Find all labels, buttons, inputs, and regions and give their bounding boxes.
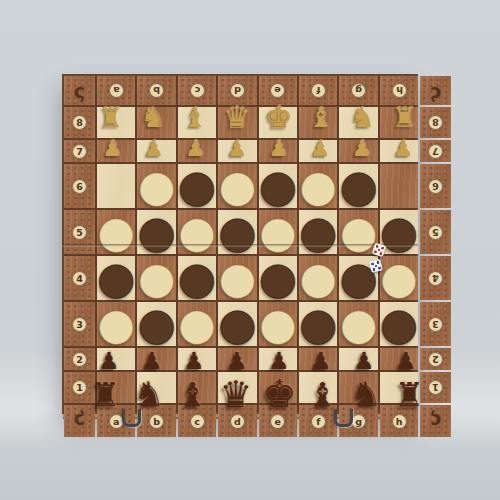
file-letter: e (270, 83, 285, 98)
square-f4[interactable]: ● (299, 256, 337, 300)
square-d1[interactable]: ♛ (218, 372, 256, 403)
file-label-a-top: a (97, 76, 135, 105)
rank-number: 8 (72, 115, 87, 130)
scroll-engraving: ς (430, 410, 441, 432)
square-h8[interactable]: ♜ (380, 107, 418, 138)
rank-number: 7 (72, 144, 87, 159)
checker-dark[interactable]: ● (178, 164, 216, 208)
piece-dark-queen[interactable]: ♛ (220, 376, 253, 413)
file-letter: h (392, 83, 407, 98)
checker-light[interactable]: ● (97, 302, 135, 346)
square-g3[interactable]: ● (339, 302, 377, 346)
rank-label-5-right: 5 (420, 210, 451, 254)
rank-label-4-left: 4 (64, 256, 95, 300)
square-h1[interactable]: ♜ (380, 372, 418, 403)
rank-number: 5 (428, 225, 443, 240)
piece-light-rook[interactable]: ♜ (392, 104, 416, 131)
square-e6[interactable]: ● (259, 164, 297, 208)
square-g2[interactable]: ♟ (339, 348, 377, 370)
checker-light[interactable]: ● (380, 256, 418, 300)
checker-light[interactable]: ● (218, 164, 256, 208)
rank-number: 2 (72, 352, 87, 367)
piece-dark-pawn[interactable]: ♟ (226, 349, 247, 373)
checker-light[interactable]: ● (259, 302, 297, 346)
rank-number: 4 (72, 271, 87, 286)
scroll-engraving: ς (74, 410, 85, 432)
rank-number: 3 (72, 317, 87, 332)
rank-label-1-right: 1 (420, 372, 451, 403)
checker-dark[interactable]: ● (178, 256, 216, 300)
square-d5[interactable]: ● (218, 210, 256, 254)
rank-number: 7 (428, 144, 443, 159)
square-c5[interactable]: ● (178, 210, 216, 254)
piece-light-pawn[interactable]: ♟ (310, 138, 330, 160)
rank-number: 1 (72, 380, 87, 395)
rank-label-2-right: 2 (420, 348, 451, 370)
piece-dark-pawn[interactable]: ♟ (268, 349, 289, 373)
rank-number: 3 (428, 317, 443, 332)
square-e8[interactable]: ♚ (259, 107, 297, 138)
file-label-h-top: h (380, 76, 418, 105)
square-f8[interactable]: ♝ (299, 107, 337, 138)
file-letter: b (149, 414, 164, 429)
piece-light-knight[interactable]: ♞ (140, 104, 165, 132)
checker-dark[interactable]: ● (137, 210, 175, 254)
square-c3[interactable]: ● (178, 302, 216, 346)
file-letter: b (149, 83, 164, 98)
file-letter: a (109, 83, 124, 98)
checker-dark[interactable]: ● (97, 256, 135, 300)
square-d7[interactable]: ♟ (218, 140, 256, 162)
square-g8[interactable]: ♞ (339, 107, 377, 138)
file-letter: d (230, 83, 245, 98)
square-f6[interactable]: ● (299, 164, 337, 208)
square-f5[interactable]: ● (299, 210, 337, 254)
square-c1[interactable]: ♝ (178, 372, 216, 403)
square-d3[interactable]: ● (218, 302, 256, 346)
checker-light[interactable]: ● (259, 210, 297, 254)
square-g6[interactable]: ● (339, 164, 377, 208)
rank-label-5-left: 5 (64, 210, 95, 254)
piece-dark-knight[interactable]: ♞ (134, 377, 165, 411)
piece-dark-rook[interactable]: ♜ (395, 378, 425, 411)
square-f2[interactable]: ♟ (299, 348, 337, 370)
file-letter: h (392, 414, 407, 429)
square-c4[interactable]: ● (178, 256, 216, 300)
piece-light-queen[interactable]: ♛ (223, 103, 250, 133)
checker-light[interactable]: ● (339, 210, 377, 254)
square-d4[interactable]: ● (218, 256, 256, 300)
file-letter: d (230, 414, 245, 429)
corner-ornament: ς (420, 405, 451, 437)
rank-label-8-left: 8 (64, 107, 95, 138)
square-a1[interactable]: ♜ (97, 372, 135, 403)
square-g1[interactable]: ♞ (339, 372, 377, 403)
checker-light[interactable]: ● (97, 210, 135, 254)
piece-light-bishop[interactable]: ♝ (183, 104, 207, 131)
rank-label-8-right: 8 (420, 107, 451, 138)
file-letter: f (311, 414, 326, 429)
file-letter: c (190, 414, 205, 429)
square-h2[interactable]: ♟ (380, 348, 418, 370)
square-g7[interactable]: ♟ (339, 140, 377, 162)
square-f3[interactable]: ● (299, 302, 337, 346)
rank-label-6-right: 6 (420, 164, 451, 208)
checker-dark[interactable]: ● (380, 302, 418, 346)
checker-dark[interactable]: ● (299, 210, 337, 254)
square-e5[interactable]: ● (259, 210, 297, 254)
rank-label-3-right: 3 (420, 302, 451, 346)
square-b5[interactable]: ● (137, 210, 175, 254)
square-e3[interactable]: ● (259, 302, 297, 346)
piece-dark-king[interactable]: ♚ (262, 376, 296, 414)
checker-dark[interactable]: ● (259, 256, 297, 300)
rank-number: 6 (72, 179, 87, 194)
rank-label-7-left: 7 (64, 140, 95, 162)
square-b3[interactable]: ● (137, 302, 175, 346)
square-d2[interactable]: ♟ (218, 348, 256, 370)
corner-ornament: ς (420, 76, 451, 105)
piece-dark-bishop[interactable]: ♝ (178, 378, 208, 411)
piece-light-pawn[interactable]: ♟ (144, 138, 164, 160)
checker-dark[interactable]: ● (218, 302, 256, 346)
file-letter: g (351, 414, 366, 429)
file-letter: f (311, 83, 326, 98)
checker-dark[interactable]: ● (218, 210, 256, 254)
square-b1[interactable]: ♞ (137, 372, 175, 403)
checker-dark[interactable]: ● (339, 164, 377, 208)
file-label-f-top: f (299, 76, 337, 105)
piece-dark-pawn[interactable]: ♟ (141, 349, 162, 373)
square-h7[interactable]: ♟ (380, 140, 418, 162)
rank-number: 2 (428, 352, 443, 367)
square-a5[interactable]: ● (97, 210, 135, 254)
square-b6[interactable]: ● (137, 164, 175, 208)
piece-light-pawn[interactable]: ♟ (393, 138, 413, 160)
rank-label-4-right: 4 (420, 256, 451, 300)
square-a2[interactable]: ♟ (97, 348, 135, 370)
square-f7[interactable]: ♟ (299, 140, 337, 162)
checker-light[interactable]: ● (178, 210, 216, 254)
piece-dark-pawn[interactable]: ♟ (395, 349, 416, 373)
file-letter: g (351, 83, 366, 98)
piece-light-pawn[interactable]: ♟ (227, 138, 247, 160)
square-b8[interactable]: ♞ (137, 107, 175, 138)
square-a7[interactable]: ♟ (97, 140, 135, 162)
square-b4[interactable]: ● (137, 256, 175, 300)
piece-light-rook[interactable]: ♜ (99, 104, 123, 131)
square-a8[interactable]: ♜ (97, 107, 135, 138)
piece-light-pawn[interactable]: ♟ (269, 138, 289, 160)
square-g5[interactable]: ● (339, 210, 377, 254)
checker-light[interactable]: ● (137, 256, 175, 300)
piece-dark-rook[interactable]: ♜ (91, 378, 121, 411)
piece-dark-pawn[interactable]: ♟ (353, 349, 374, 373)
square-a3[interactable]: ● (97, 302, 135, 346)
rank-number: 8 (428, 115, 443, 130)
checker-light[interactable]: ● (178, 302, 216, 346)
rank-label-3-left: 3 (64, 302, 95, 346)
checker-light[interactable]: ● (299, 256, 337, 300)
square-h4[interactable]: ● (380, 256, 418, 300)
corner-ornament: ς (64, 76, 95, 105)
piece-dark-bishop[interactable]: ♝ (308, 378, 338, 411)
checker-dark[interactable]: ● (137, 302, 175, 346)
square-e7[interactable]: ♟ (259, 140, 297, 162)
piece-light-pawn[interactable]: ♟ (352, 138, 372, 160)
checker-light[interactable]: ● (339, 302, 377, 346)
scroll-engraving: ς (74, 80, 85, 102)
square-e1[interactable]: ♚ (259, 372, 297, 403)
rank-number: 1 (428, 380, 443, 395)
piece-light-bishop[interactable]: ♝ (308, 104, 332, 131)
square-b2[interactable]: ♟ (137, 348, 175, 370)
scroll-engraving: ς (430, 80, 441, 102)
square-e2[interactable]: ♟ (259, 348, 297, 370)
square-f1[interactable]: ♝ (299, 372, 337, 403)
game-board: ςabcdefghς8♜♞♝♛♚♝♞♜87♟♟♟♟♟♟♟♟76●●●●●●65●… (62, 74, 418, 414)
rank-label-7-right: 7 (420, 140, 451, 162)
square-a4[interactable]: ● (97, 256, 135, 300)
piece-light-knight[interactable]: ♞ (350, 104, 375, 132)
square-d6[interactable]: ● (218, 164, 256, 208)
piece-dark-knight[interactable]: ♞ (351, 377, 382, 411)
piece-light-pawn[interactable]: ♟ (102, 138, 122, 160)
piece-light-king[interactable]: ♚ (265, 102, 293, 133)
checker-dark[interactable]: ● (259, 164, 297, 208)
checker-light[interactable]: ● (299, 164, 337, 208)
piece-dark-pawn[interactable]: ♟ (183, 349, 204, 373)
checker-dark[interactable]: ● (299, 302, 337, 346)
rank-number: 5 (72, 225, 87, 240)
piece-dark-pawn[interactable]: ♟ (99, 349, 120, 373)
rank-label-2-left: 2 (64, 348, 95, 370)
square-a6[interactable] (97, 164, 135, 208)
photo-background: ςabcdefghς8♜♞♝♛♚♝♞♜87♟♟♟♟♟♟♟♟76●●●●●●65●… (0, 0, 500, 500)
piece-light-pawn[interactable]: ♟ (185, 138, 205, 160)
square-c7[interactable]: ♟ (178, 140, 216, 162)
checker-light[interactable]: ● (137, 164, 175, 208)
square-c6[interactable]: ● (178, 164, 216, 208)
rank-label-6-left: 6 (64, 164, 95, 208)
square-h3[interactable]: ● (380, 302, 418, 346)
square-c8[interactable]: ♝ (178, 107, 216, 138)
file-label-c-top: c (178, 76, 216, 105)
rank-number: 6 (428, 179, 443, 194)
rank-number: 4 (428, 271, 443, 286)
checker-light[interactable]: ● (218, 256, 256, 300)
square-h6[interactable] (380, 164, 418, 208)
square-e4[interactable]: ● (259, 256, 297, 300)
square-d8[interactable]: ♛ (218, 107, 256, 138)
piece-dark-pawn[interactable]: ♟ (311, 349, 332, 373)
square-c2[interactable]: ♟ (178, 348, 216, 370)
square-b7[interactable]: ♟ (137, 140, 175, 162)
file-letter: c (190, 83, 205, 98)
